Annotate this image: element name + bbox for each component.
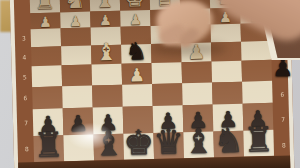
square-h7: ♟ xyxy=(33,108,64,136)
square-e6 xyxy=(122,84,153,107)
white-pawn-e2: ♟ xyxy=(129,12,142,26)
square-e2: ♟ xyxy=(120,10,150,27)
square-h2: ♟ xyxy=(30,12,60,29)
black-pawn-b7: ♟ xyxy=(218,109,238,132)
white-king-e1: ♚ xyxy=(124,0,146,11)
square-g1: ♞ xyxy=(60,0,90,12)
square-g4 xyxy=(61,46,91,66)
white-rook-h1: ♜ xyxy=(34,0,56,13)
light-glare xyxy=(67,122,114,150)
square-h8: ♜ xyxy=(33,135,64,162)
square-f4: ♝ xyxy=(91,45,121,65)
square-g6 xyxy=(62,86,93,109)
square-d6 xyxy=(152,83,183,106)
square-d8: ♛ xyxy=(153,132,184,159)
square-f3 xyxy=(91,27,121,46)
black-pawn-c7: ♟ xyxy=(188,110,208,133)
square-a8: ♜ xyxy=(243,130,274,157)
square-b8: ♞ xyxy=(213,131,244,158)
square-e5: ♟ xyxy=(122,63,153,85)
square-g2: ♟ xyxy=(60,12,90,29)
square-f1: ♝ xyxy=(90,0,120,12)
square-e4: ♞ xyxy=(121,44,151,64)
square-a5 xyxy=(242,60,273,82)
square-b6 xyxy=(212,82,243,105)
board-grid: ♜♞♝♚♛♞♜♟♟♟♟♟♟♝♞♟♟♟♟♟♟♟♟♟♜♝♚♛♝♞♜ xyxy=(30,0,274,162)
square-c5 xyxy=(182,61,213,83)
black-pawn-h7: ♟ xyxy=(38,113,58,136)
rank-label-left-6: 6 xyxy=(21,95,29,101)
square-f5 xyxy=(92,64,123,86)
white-pawn-e5: ♟ xyxy=(129,66,146,84)
square-b7: ♟ xyxy=(213,104,244,132)
square-e8: ♚ xyxy=(123,133,154,160)
square-d7: ♟ xyxy=(153,105,184,133)
white-bishop-f1: ♝ xyxy=(94,0,116,11)
white-pawn-h2: ♟ xyxy=(39,15,52,29)
square-h1: ♜ xyxy=(30,0,60,13)
video-frame: ♜♞♝♚♛♞♜♟♟♟♟♟♟♝♞♟♟♟♟♟♟♟♟♟♜♝♚♛♝♞♜ 33445566… xyxy=(0,0,300,168)
square-g3 xyxy=(61,28,91,47)
square-d5 xyxy=(152,62,183,84)
square-b3 xyxy=(211,24,241,43)
square-c6 xyxy=(182,82,213,105)
square-f6 xyxy=(92,85,123,108)
rank-label-right-7: 7 xyxy=(279,116,287,122)
square-a6 xyxy=(242,81,273,104)
square-h3 xyxy=(31,28,61,47)
black-pawn-d7: ♟ xyxy=(158,110,178,133)
square-h5 xyxy=(32,65,63,87)
white-pawn-f2: ♟ xyxy=(99,13,112,27)
square-f2: ♟ xyxy=(90,11,120,28)
rank-label-left-5: 5 xyxy=(21,74,29,80)
black-pawn-a7: ♟ xyxy=(248,108,268,131)
white-knight-g1: ♞ xyxy=(64,0,86,12)
square-g5 xyxy=(62,65,93,87)
square-c7: ♟ xyxy=(183,104,214,132)
square-e3 xyxy=(121,26,151,45)
rank-label-right-6: 6 xyxy=(278,91,286,97)
rank-label-right-8: 8 xyxy=(280,142,288,148)
square-h4 xyxy=(31,46,61,66)
rank-label-left-8: 8 xyxy=(23,146,31,152)
square-a4 xyxy=(241,41,271,61)
square-e7 xyxy=(123,106,154,134)
square-a7: ♟ xyxy=(243,103,274,131)
rank-label-left-4: 4 xyxy=(20,54,28,60)
square-c8: ♝ xyxy=(183,131,214,158)
rank-label-left-3: 3 xyxy=(20,35,28,41)
square-b5 xyxy=(212,61,243,83)
square-h6 xyxy=(32,86,63,109)
white-pawn-g2: ♟ xyxy=(69,14,82,28)
rank-label-left-7: 7 xyxy=(22,120,30,126)
